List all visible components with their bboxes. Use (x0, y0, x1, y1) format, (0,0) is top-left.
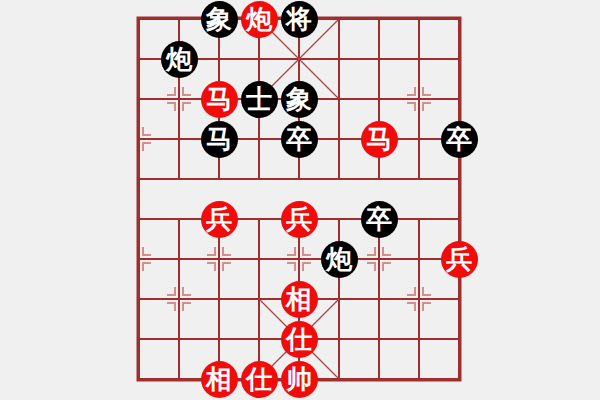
black-soldier[interactable]: 卒 (281, 121, 318, 158)
red-horse[interactable]: 马 (361, 121, 398, 158)
red-soldier[interactable]: 兵 (201, 201, 238, 238)
red-advisor[interactable]: 仕 (241, 361, 278, 398)
red-soldier[interactable]: 兵 (441, 241, 478, 278)
black-horse[interactable]: 马 (201, 121, 238, 158)
black-soldier[interactable]: 卒 (361, 201, 398, 238)
xiangqi-board[interactable]: 象炮将炮马士象马卒马卒兵兵卒炮兵相仕相仕帅 (119, 0, 479, 399)
xiangqi-screenshot: 象炮将炮马士象马卒马卒兵兵卒炮兵相仕相仕帅 (0, 0, 600, 400)
red-horse[interactable]: 马 (201, 81, 238, 118)
black-cannon[interactable]: 炮 (321, 241, 358, 278)
red-advisor[interactable]: 仕 (281, 321, 318, 358)
red-elephant[interactable]: 相 (201, 361, 238, 398)
red-general[interactable]: 帅 (281, 361, 318, 398)
red-cannon[interactable]: 炮 (241, 1, 278, 38)
black-elephant[interactable]: 象 (201, 1, 238, 38)
red-soldier[interactable]: 兵 (281, 201, 318, 238)
black-elephant[interactable]: 象 (281, 81, 318, 118)
black-soldier[interactable]: 卒 (441, 121, 478, 158)
black-general[interactable]: 将 (281, 1, 318, 38)
black-cannon[interactable]: 炮 (161, 41, 198, 78)
red-elephant[interactable]: 相 (281, 281, 318, 318)
black-advisor[interactable]: 士 (241, 81, 278, 118)
